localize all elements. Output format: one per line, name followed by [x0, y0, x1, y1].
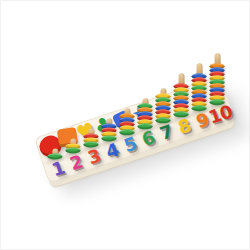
number-piece-3: 3 — [86, 147, 103, 168]
number-piece-5: 5 — [122, 134, 139, 155]
toy-board: ♥♣★12345678910 — [34, 76, 235, 184]
ring-stack-6 — [137, 98, 152, 129]
ring-stack-10 — [210, 53, 225, 105]
ring-stack-9 — [192, 63, 207, 111]
number-piece-10: 10 — [206, 103, 234, 127]
product-photo: ♥♣★12345678910 — [0, 0, 250, 250]
number-piece-6: 6 — [140, 128, 157, 149]
number-piece-4: 4 — [104, 141, 121, 162]
number-piece-8: 8 — [176, 116, 193, 137]
number-piece-1: 1 — [50, 159, 67, 180]
ring-stack-8 — [174, 73, 189, 117]
number-piece-2: 2 — [68, 153, 85, 174]
number-piece-7: 7 — [158, 122, 175, 143]
ring-stack-7 — [156, 88, 171, 123]
